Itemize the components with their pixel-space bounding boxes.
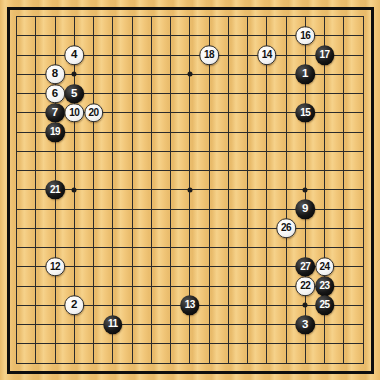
stone-white-4: 4 bbox=[65, 45, 85, 65]
star-point bbox=[187, 187, 192, 192]
stone-white-26: 26 bbox=[276, 219, 296, 239]
stone-black-13: 13 bbox=[180, 296, 200, 316]
stone-black-9: 9 bbox=[296, 199, 316, 219]
grid-line-horizontal bbox=[16, 228, 364, 229]
stone-black-27: 27 bbox=[296, 257, 316, 277]
grid-line-vertical bbox=[247, 16, 248, 364]
stone-black-25: 25 bbox=[315, 296, 335, 316]
grid-line-vertical bbox=[343, 16, 344, 364]
grid-line-vertical bbox=[363, 16, 364, 364]
move-number: 1 bbox=[302, 69, 308, 81]
move-number: 15 bbox=[300, 108, 310, 118]
stone-white-6: 6 bbox=[45, 84, 65, 104]
stone-black-21: 21 bbox=[45, 180, 65, 200]
move-number: 21 bbox=[50, 185, 60, 195]
stone-black-23: 23 bbox=[315, 276, 335, 296]
stone-black-15: 15 bbox=[296, 103, 316, 123]
move-number: 27 bbox=[300, 262, 310, 272]
stone-black-11: 11 bbox=[103, 315, 123, 335]
star-point bbox=[72, 72, 77, 77]
grid-line-vertical bbox=[228, 16, 229, 364]
stone-white-20: 20 bbox=[84, 103, 104, 123]
stone-white-18: 18 bbox=[199, 45, 219, 65]
stone-black-5: 5 bbox=[65, 84, 85, 104]
move-number: 24 bbox=[320, 262, 330, 272]
move-number: 5 bbox=[71, 88, 77, 100]
go-diagram: 1234567891011121314151617181920212223242… bbox=[0, 0, 380, 380]
stone-white-2: 2 bbox=[65, 296, 85, 316]
move-number: 4 bbox=[71, 49, 77, 61]
move-number: 16 bbox=[300, 31, 310, 41]
stone-white-22: 22 bbox=[296, 276, 316, 296]
stone-white-8: 8 bbox=[45, 65, 65, 85]
move-number: 10 bbox=[69, 108, 79, 118]
star-point bbox=[187, 72, 192, 77]
move-number: 9 bbox=[302, 203, 308, 215]
stone-black-1: 1 bbox=[296, 65, 316, 85]
stone-white-12: 12 bbox=[45, 257, 65, 277]
stone-white-14: 14 bbox=[257, 45, 277, 65]
move-number: 14 bbox=[262, 50, 272, 60]
star-point bbox=[303, 187, 308, 192]
star-point bbox=[303, 303, 308, 308]
grid-line-horizontal bbox=[16, 343, 364, 344]
move-number: 2 bbox=[71, 300, 77, 312]
move-number: 3 bbox=[302, 319, 308, 331]
star-point bbox=[72, 187, 77, 192]
grid-line-vertical bbox=[209, 16, 210, 364]
grid-line-vertical bbox=[286, 16, 287, 364]
grid-line-horizontal bbox=[16, 247, 364, 248]
move-number: 11 bbox=[108, 320, 117, 330]
stone-white-24: 24 bbox=[315, 257, 335, 277]
stone-white-10: 10 bbox=[65, 103, 85, 123]
stone-black-7: 7 bbox=[45, 103, 65, 123]
stone-white-16: 16 bbox=[296, 26, 316, 46]
move-number: 13 bbox=[185, 300, 195, 310]
move-number: 12 bbox=[50, 262, 60, 272]
move-number: 17 bbox=[320, 50, 330, 60]
grid-line-vertical bbox=[266, 16, 267, 364]
stone-black-17: 17 bbox=[315, 45, 335, 65]
grid-line-horizontal bbox=[16, 363, 364, 364]
stone-black-3: 3 bbox=[296, 315, 316, 335]
move-number: 25 bbox=[320, 300, 330, 310]
move-number: 22 bbox=[300, 281, 310, 291]
move-number: 19 bbox=[50, 127, 60, 137]
move-number: 8 bbox=[52, 69, 58, 81]
move-number: 7 bbox=[52, 107, 58, 119]
move-number: 26 bbox=[281, 223, 291, 233]
move-number: 20 bbox=[89, 108, 99, 118]
move-number: 23 bbox=[320, 281, 330, 291]
move-number: 6 bbox=[52, 88, 58, 100]
stone-black-19: 19 bbox=[45, 122, 65, 142]
move-number: 18 bbox=[204, 50, 214, 60]
